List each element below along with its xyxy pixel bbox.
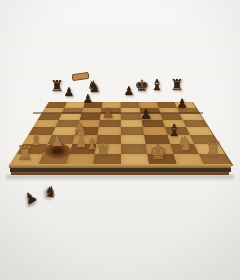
- black-pawn-f5[interactable]: ♟: [140, 107, 153, 121]
- square-e2[interactable]: [121, 144, 147, 154]
- white-king-f1[interactable]: ♚: [149, 142, 167, 162]
- captured-black-knight[interactable]: ♞: [42, 184, 58, 201]
- photo-stage: ♜♟♞♟♟♚♝♜♟♟♝♟♜♝♟♞♟♝♛♚♞♜ ♟♞: [0, 0, 240, 280]
- board-cast-shadow: [6, 175, 234, 181]
- white-knight-g2[interactable]: ♞: [176, 134, 193, 153]
- board-plank-seam: [33, 112, 203, 114]
- white-pawn-d5[interactable]: ♟: [102, 106, 115, 120]
- square-d5[interactable]: [99, 120, 121, 127]
- white-bishop-a2[interactable]: ♝: [29, 133, 42, 148]
- white-pawn-b2[interactable]: ♟: [50, 134, 63, 149]
- square-f4[interactable]: [143, 127, 167, 135]
- black-pawn-h6[interactable]: ♟: [176, 97, 188, 110]
- captured-black-pawn[interactable]: ♟: [21, 189, 40, 209]
- square-h5[interactable]: [183, 120, 208, 127]
- black-bishop-g8[interactable]: ♝: [150, 78, 163, 93]
- black-pawn-e7[interactable]: ♟: [124, 85, 135, 97]
- black-rook-h8[interactable]: ♜: [170, 78, 183, 93]
- square-e3[interactable]: [121, 135, 146, 144]
- black-rook-a8[interactable]: ♜: [50, 79, 63, 94]
- white-queen-d1[interactable]: ♛: [95, 141, 110, 158]
- square-d4[interactable]: [98, 127, 121, 135]
- black-pawn-b7[interactable]: ♟: [64, 86, 75, 98]
- square-e4[interactable]: [121, 127, 144, 135]
- white-rook-h1[interactable]: ♜: [204, 139, 222, 159]
- black-king-f8[interactable]: ♚: [135, 78, 149, 94]
- black-pawn-c7[interactable]: ♟: [83, 93, 94, 105]
